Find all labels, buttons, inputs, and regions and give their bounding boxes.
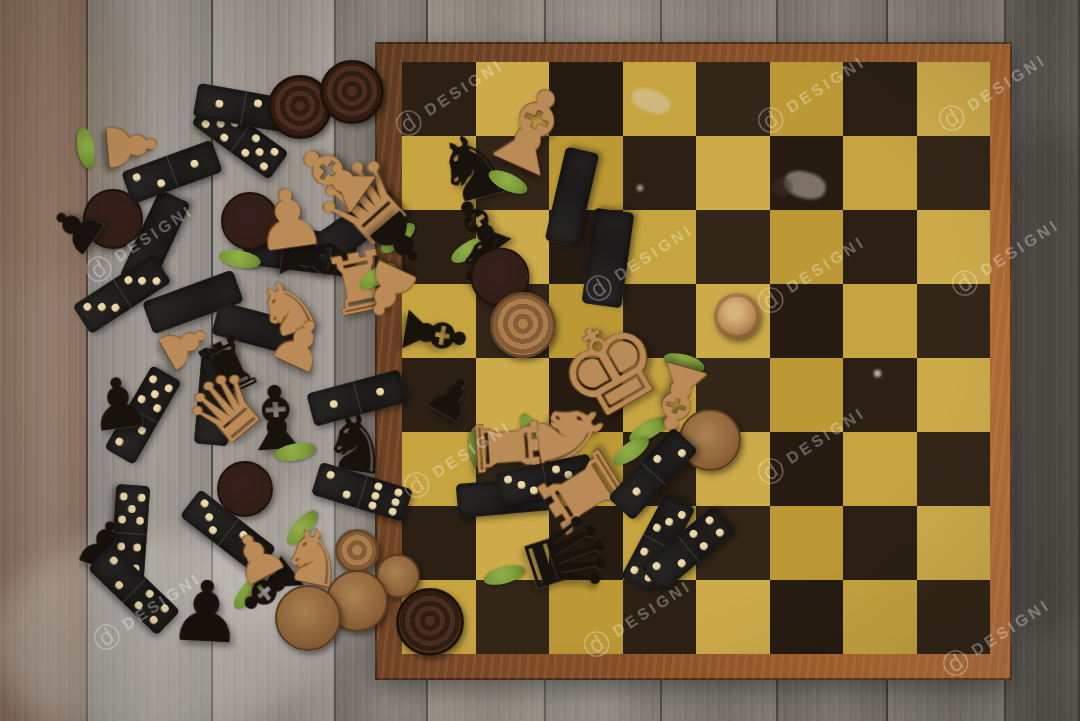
domino-pip	[342, 490, 352, 500]
domino-pip	[144, 588, 155, 599]
domino-pip	[190, 159, 200, 169]
domino-pip	[677, 510, 688, 521]
domino-pip	[651, 560, 662, 571]
domino-pip	[704, 515, 715, 526]
domino-pip	[199, 498, 210, 509]
domino-pip	[156, 179, 166, 189]
domino-pip	[714, 527, 725, 538]
domino-pip	[137, 494, 146, 503]
domino-pip	[148, 614, 159, 625]
chess-piece-black-pawn[interactable]: ♟	[83, 365, 155, 443]
domino-pip	[151, 276, 162, 287]
domino-pip	[373, 481, 383, 491]
domino-pip	[698, 541, 709, 552]
domino-pip	[677, 558, 688, 569]
checker-piece-dark-rings[interactable]	[320, 60, 384, 124]
domino-pip	[82, 301, 93, 312]
domino-pip	[203, 511, 214, 522]
domino-pip	[370, 491, 380, 501]
domino-pip	[326, 470, 336, 480]
checker-piece-wood-plain[interactable]	[679, 409, 741, 471]
standing-pawn-top-view[interactable]	[714, 293, 760, 339]
game-pieces-layer: ♟♟♝♛♝♟♜♞♟♟♜♛♝♞♟♟♟♝♞♟♟♟♞♝♞♝♝♟♚♝♞♜♜♛	[0, 0, 1080, 721]
domino-pip	[367, 501, 377, 511]
domino-pip	[132, 172, 142, 182]
domino-half-6	[358, 476, 413, 522]
domino-pip	[119, 493, 128, 502]
domino-pip	[253, 98, 262, 107]
domino-pip	[207, 525, 218, 536]
domino-pip	[639, 546, 650, 557]
domino-pip	[150, 389, 161, 400]
domino-pip	[393, 487, 403, 497]
domino-pip	[651, 522, 662, 533]
domino-pip	[152, 403, 163, 414]
domino-pip	[109, 555, 120, 566]
domino-pip	[254, 147, 265, 158]
domino-pip	[137, 275, 148, 286]
domino-pip	[219, 132, 230, 143]
domino-pip	[96, 302, 107, 313]
domino-pip	[688, 528, 699, 539]
chess-piece-black-queen[interactable]: ♛	[501, 496, 630, 618]
chess-piece-black-bishop[interactable]: ♝	[386, 290, 482, 379]
domino-pip	[329, 399, 339, 409]
domino-pip	[376, 387, 386, 397]
chess-scene-photo: ♟♟♝♛♝♟♜♞♟♟♜♛♝♞♟♟♟♝♞♟♟♟♞♝♞♝♝♟♚♝♞♜♜♛ ⓓDESI…	[0, 0, 1080, 721]
domino-pip	[258, 161, 269, 172]
domino-half-1	[167, 140, 223, 188]
domino-pip	[113, 580, 124, 591]
domino-pip	[110, 302, 121, 313]
checker-piece-dark-rings[interactable]	[396, 588, 464, 656]
domino-pip	[133, 600, 144, 611]
domino-pip	[651, 453, 662, 464]
domino-pip	[123, 275, 134, 286]
domino-pip	[240, 147, 251, 158]
domino-pip	[250, 133, 261, 144]
domino-pip	[390, 497, 400, 507]
domino-pip	[214, 99, 223, 108]
domino-pip	[387, 507, 397, 517]
domino-pip	[148, 374, 159, 385]
domino-pip	[200, 119, 211, 130]
checker-piece-wood-rings[interactable]	[335, 529, 379, 573]
domino-pip	[127, 505, 136, 514]
checker-piece-wood-plain[interactable]	[275, 585, 341, 651]
domino-pip	[676, 448, 687, 459]
domino-pip	[664, 516, 675, 527]
domino-pip	[631, 486, 642, 497]
domino-pip	[268, 146, 279, 157]
domino-half-1	[353, 369, 408, 414]
